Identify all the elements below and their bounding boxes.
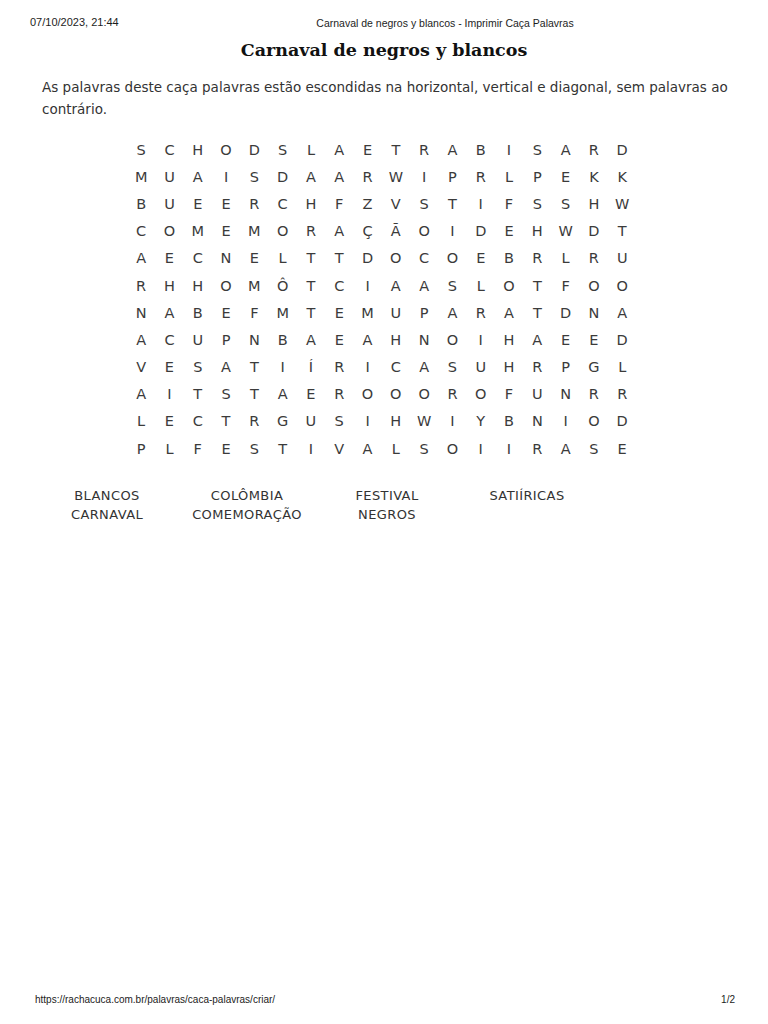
grid-cell-r10c7: E (297, 381, 325, 408)
grid-cell-r6c6: Ô (268, 272, 296, 299)
grid-cell-r1c1: S (127, 136, 155, 163)
grid-cell-r5c6: L (268, 245, 296, 272)
grid-cell-r5c14: B (495, 245, 523, 272)
grid-cell-r9c5: T (240, 354, 268, 381)
grid-cell-r3c16: S (551, 190, 579, 217)
grid-cell-r9c13: U (467, 354, 495, 381)
grid-cell-r2c11: I (410, 163, 438, 190)
grid-cell-r5c10: O (382, 245, 410, 272)
grid-cell-r11c6: G (268, 408, 296, 435)
grid-cell-r4c13: D (467, 218, 495, 245)
grid-cell-r11c4: T (212, 408, 240, 435)
grid-cell-r7c7: T (297, 299, 325, 326)
print-footer: https://rachacuca.com.br/palavras/caca-p… (0, 994, 768, 1008)
grid-cell-r11c16: I (551, 408, 579, 435)
grid-cell-r12c4: E (212, 435, 240, 462)
grid-cell-r12c11: S (410, 435, 438, 462)
grid-cell-r6c4: O (212, 272, 240, 299)
grid-cell-r9c6: I (268, 354, 296, 381)
grid-cell-r6c16: F (551, 272, 579, 299)
grid-cell-r12c18: E (608, 435, 636, 462)
grid-cell-r5c2: E (155, 245, 183, 272)
puzzle-title: Carnaval de negros y blancos (0, 40, 768, 60)
grid-cell-r3c12: T (438, 190, 466, 217)
grid-cell-r6c1: R (127, 272, 155, 299)
grid-cell-r7c9: M (353, 299, 381, 326)
grid-cell-r3c17: H (580, 190, 608, 217)
grid-cell-r11c11: W (410, 408, 438, 435)
grid-cell-r1c8: A (325, 136, 353, 163)
grid-cell-r12c5: S (240, 435, 268, 462)
grid-cell-r8c5: N (240, 326, 268, 353)
grid-cell-r2c8: A (325, 163, 353, 190)
grid-cell-r3c7: H (297, 190, 325, 217)
grid-cell-r1c16: A (551, 136, 579, 163)
grid-cell-r7c10: U (382, 299, 410, 326)
grid-cell-r4c7: R (297, 218, 325, 245)
grid-cell-r5c11: C (410, 245, 438, 272)
header-doc-title: Carnaval de negros y blancos - Imprimir … (316, 17, 573, 29)
grid-cell-r4c2: O (155, 218, 183, 245)
grid-cell-r7c12: A (438, 299, 466, 326)
grid-cell-r11c8: S (325, 408, 353, 435)
grid-cell-r6c17: O (580, 272, 608, 299)
grid-cell-r11c13: Y (467, 408, 495, 435)
grid-cell-r6c15: T (523, 272, 551, 299)
grid-cell-r8c18: D (608, 326, 636, 353)
word-list-column-3: FESTIVALNEGROS (317, 486, 457, 525)
grid-cell-r1c7: L (297, 136, 325, 163)
grid-cell-r9c14: H (495, 354, 523, 381)
grid-cell-r1c4: O (212, 136, 240, 163)
grid-cell-r2c4: I (212, 163, 240, 190)
grid-cell-r12c6: T (268, 435, 296, 462)
grid-cell-r4c16: W (551, 218, 579, 245)
grid-cell-r11c15: N (523, 408, 551, 435)
grid-cell-r4c3: M (184, 218, 212, 245)
grid-cell-r1c2: C (155, 136, 183, 163)
grid-cell-r6c10: A (382, 272, 410, 299)
grid-cell-r8c10: H (382, 326, 410, 353)
grid-cell-r11c1: L (127, 408, 155, 435)
grid-cell-r4c6: O (268, 218, 296, 245)
grid-cell-r1c11: R (410, 136, 438, 163)
grid-cell-r9c11: A (410, 354, 438, 381)
grid-cell-r10c1: A (127, 381, 155, 408)
grid-cell-r1c5: D (240, 136, 268, 163)
grid-cell-r5c12: O (438, 245, 466, 272)
grid-cell-r12c8: V (325, 435, 353, 462)
grid-cell-r2c13: R (467, 163, 495, 190)
grid-cell-r6c9: I (353, 272, 381, 299)
word-item: CARNAVAL (37, 505, 177, 524)
grid-cell-r8c11: N (410, 326, 438, 353)
grid-cell-r10c6: A (268, 381, 296, 408)
grid-cell-r2c7: A (297, 163, 325, 190)
grid-cell-r2c2: U (155, 163, 183, 190)
grid-cell-r4c12: I (438, 218, 466, 245)
grid-cell-r5c18: U (608, 245, 636, 272)
grid-cell-r7c16: D (551, 299, 579, 326)
grid-cell-r2c10: W (382, 163, 410, 190)
grid-cell-r9c9: I (353, 354, 381, 381)
grid-cell-r7c17: N (580, 299, 608, 326)
grid-cell-r10c15: U (523, 381, 551, 408)
footer-url: https://rachacuca.com.br/palavras/caca-p… (35, 994, 275, 1005)
grid-cell-r8c17: E (580, 326, 608, 353)
grid-cell-r9c17: G (580, 354, 608, 381)
grid-cell-r7c18: A (608, 299, 636, 326)
grid-cell-r3c6: C (268, 190, 296, 217)
word-item: NEGROS (317, 505, 457, 524)
grid-cell-r4c5: M (240, 218, 268, 245)
grid-cell-r1c18: D (608, 136, 636, 163)
grid-cell-r2c3: A (184, 163, 212, 190)
word-item: BLANCOS (37, 486, 177, 505)
grid-cell-r9c7: Í (297, 354, 325, 381)
grid-cell-r8c4: P (212, 326, 240, 353)
grid-cell-r10c12: R (438, 381, 466, 408)
grid-cell-r7c5: F (240, 299, 268, 326)
grid-cell-r12c9: A (353, 435, 381, 462)
grid-cell-r9c15: R (523, 354, 551, 381)
grid-cell-r7c11: P (410, 299, 438, 326)
word-list-column-1: BLANCOSCARNAVAL (37, 486, 177, 525)
grid-cell-r3c13: I (467, 190, 495, 217)
grid-cell-r3c5: R (240, 190, 268, 217)
grid-cell-r1c15: S (523, 136, 551, 163)
grid-cell-r1c6: S (268, 136, 296, 163)
grid-cell-r11c7: U (297, 408, 325, 435)
header-datetime: 07/10/2023, 21:44 (30, 16, 119, 28)
grid-cell-r9c16: P (551, 354, 579, 381)
grid-cell-r9c4: A (212, 354, 240, 381)
grid-cell-r11c3: C (184, 408, 212, 435)
grid-cell-r5c3: C (184, 245, 212, 272)
grid-cell-r11c14: B (495, 408, 523, 435)
grid-cell-r7c4: E (212, 299, 240, 326)
grid-cell-r5c7: T (297, 245, 325, 272)
grid-cell-r6c8: C (325, 272, 353, 299)
grid-cell-r8c8: E (325, 326, 353, 353)
grid-cell-r7c15: T (523, 299, 551, 326)
grid-cell-r6c11: A (410, 272, 438, 299)
grid-cell-r7c8: E (325, 299, 353, 326)
grid-cell-r8c1: A (127, 326, 155, 353)
grid-cell-r11c12: I (438, 408, 466, 435)
grid-cell-r10c2: I (155, 381, 183, 408)
grid-cell-r12c1: P (127, 435, 155, 462)
grid-cell-r12c12: O (438, 435, 466, 462)
grid-cell-r2c18: K (608, 163, 636, 190)
grid-cell-r8c13: I (467, 326, 495, 353)
grid-cell-r7c3: B (184, 299, 212, 326)
grid-cell-r5c9: D (353, 245, 381, 272)
grid-cell-r3c11: S (410, 190, 438, 217)
grid-cell-r7c6: M (268, 299, 296, 326)
grid-cell-r3c1: B (127, 190, 155, 217)
word-item: FESTIVAL (317, 486, 457, 505)
grid-cell-r10c18: R (608, 381, 636, 408)
grid-cell-r9c10: C (382, 354, 410, 381)
grid-cell-r10c4: S (212, 381, 240, 408)
grid-cell-r12c16: A (551, 435, 579, 462)
grid-cell-r1c10: T (382, 136, 410, 163)
grid-cell-r8c7: A (297, 326, 325, 353)
grid-cell-r4c1: C (127, 218, 155, 245)
grid-cell-r3c18: W (608, 190, 636, 217)
grid-cell-r2c16: E (551, 163, 579, 190)
grid-cell-r10c16: N (551, 381, 579, 408)
grid-cell-r6c2: H (155, 272, 183, 299)
grid-cell-r10c5: T (240, 381, 268, 408)
grid-cell-r1c13: B (467, 136, 495, 163)
grid-cell-r12c2: L (155, 435, 183, 462)
grid-cell-r8c3: U (184, 326, 212, 353)
grid-cell-r11c10: H (382, 408, 410, 435)
grid-cell-r4c18: T (608, 218, 636, 245)
grid-cell-r9c18: L (608, 354, 636, 381)
grid-cell-r1c3: H (184, 136, 212, 163)
grid-cell-r9c3: S (184, 354, 212, 381)
grid-cell-r11c9: I (353, 408, 381, 435)
grid-cell-r2c17: K (580, 163, 608, 190)
grid-cell-r4c8: A (325, 218, 353, 245)
grid-cell-r5c8: T (325, 245, 353, 272)
grid-cell-r3c15: S (523, 190, 551, 217)
grid-cell-r5c1: A (127, 245, 155, 272)
grid-cell-r10c3: T (184, 381, 212, 408)
word-item: COMEMORAÇÃO (177, 505, 317, 524)
grid-cell-r3c2: U (155, 190, 183, 217)
grid-cell-r2c5: S (240, 163, 268, 190)
grid-cell-r7c14: A (495, 299, 523, 326)
word-list-column-2: COLÔMBIACOMEMORAÇÃO (177, 486, 317, 525)
grid-cell-r10c10: O (382, 381, 410, 408)
grid-cell-r6c13: L (467, 272, 495, 299)
instructions: As palavras deste caça palavras estão es… (42, 77, 742, 120)
grid-cell-r9c2: E (155, 354, 183, 381)
word-list: BLANCOSCARNAVALCOLÔMBIACOMEMORAÇÃOFESTIV… (37, 486, 597, 525)
grid-cell-r12c7: I (297, 435, 325, 462)
grid-cell-r9c12: S (438, 354, 466, 381)
grid-cell-r5c4: N (212, 245, 240, 272)
print-header: 07/10/2023, 21:44 Carnaval de negros y b… (0, 16, 768, 30)
grid-cell-r2c12: P (438, 163, 466, 190)
grid-cell-r10c17: R (580, 381, 608, 408)
grid-cell-r3c3: E (184, 190, 212, 217)
grid-cell-r4c17: D (580, 218, 608, 245)
grid-cell-r1c9: E (353, 136, 381, 163)
grid-cell-r9c8: R (325, 354, 353, 381)
grid-cell-r12c15: R (523, 435, 551, 462)
grid-cell-r6c7: T (297, 272, 325, 299)
grid-cell-r12c14: I (495, 435, 523, 462)
grid-cell-r10c8: R (325, 381, 353, 408)
grid-cell-r10c13: O (467, 381, 495, 408)
grid-cell-r11c18: D (608, 408, 636, 435)
grid-cell-r8c16: E (551, 326, 579, 353)
grid-cell-r12c10: L (382, 435, 410, 462)
grid-cell-r6c12: S (438, 272, 466, 299)
grid-cell-r5c16: L (551, 245, 579, 272)
grid-cell-r8c9: A (353, 326, 381, 353)
grid-cell-r8c15: A (523, 326, 551, 353)
word-search-grid: SCHODSLAETRABISARDMUAISDAARWIPRLPEKKBUEE… (127, 136, 636, 462)
grid-cell-r12c3: F (184, 435, 212, 462)
grid-cell-r6c3: H (184, 272, 212, 299)
grid-cell-r8c14: H (495, 326, 523, 353)
grid-cell-r5c13: E (467, 245, 495, 272)
grid-cell-r3c14: F (495, 190, 523, 217)
grid-cell-r10c9: O (353, 381, 381, 408)
grid-cell-r2c15: P (523, 163, 551, 190)
instructions-line-2: contrário. (42, 99, 742, 121)
grid-cell-r2c1: M (127, 163, 155, 190)
grid-cell-r7c2: A (155, 299, 183, 326)
grid-cell-r3c9: Z (353, 190, 381, 217)
grid-cell-r8c12: O (438, 326, 466, 353)
grid-cell-r1c14: I (495, 136, 523, 163)
grid-cell-r2c6: D (268, 163, 296, 190)
grid-cell-r6c14: O (495, 272, 523, 299)
grid-cell-r3c10: V (382, 190, 410, 217)
grid-cell-r12c17: S (580, 435, 608, 462)
grid-cell-r6c18: O (608, 272, 636, 299)
word-item: COLÔMBIA (177, 486, 317, 505)
grid-cell-r2c9: R (353, 163, 381, 190)
grid-cell-r4c15: H (523, 218, 551, 245)
grid-cell-r11c17: O (580, 408, 608, 435)
word-list-column-4: SATIÍRICAS (457, 486, 597, 525)
instructions-line-1: As palavras deste caça palavras estão es… (42, 77, 742, 99)
grid-cell-r3c4: E (212, 190, 240, 217)
grid-cell-r12c13: I (467, 435, 495, 462)
grid-cell-r1c17: R (580, 136, 608, 163)
grid-cell-r4c11: O (410, 218, 438, 245)
grid-cell-r3c8: F (325, 190, 353, 217)
grid-cell-r7c13: R (467, 299, 495, 326)
grid-cell-r8c2: C (155, 326, 183, 353)
grid-cell-r11c5: R (240, 408, 268, 435)
grid-cell-r6c5: M (240, 272, 268, 299)
grid-cell-r4c10: Ã (382, 218, 410, 245)
grid-cell-r5c15: R (523, 245, 551, 272)
grid-cell-r9c1: V (127, 354, 155, 381)
grid-cell-r10c14: F (495, 381, 523, 408)
grid-cell-r11c2: E (155, 408, 183, 435)
grid-cell-r2c14: L (495, 163, 523, 190)
grid-cell-r7c1: N (127, 299, 155, 326)
footer-page-number: 1/2 (721, 994, 735, 1005)
grid-cell-r4c14: E (495, 218, 523, 245)
grid-cell-r8c6: B (268, 326, 296, 353)
grid-cell-r5c17: R (580, 245, 608, 272)
grid-cell-r4c4: E (212, 218, 240, 245)
grid-cell-r5c5: E (240, 245, 268, 272)
word-item: SATIÍRICAS (457, 486, 597, 505)
grid-cell-r10c11: O (410, 381, 438, 408)
grid-cell-r1c12: A (438, 136, 466, 163)
grid-cell-r4c9: Ç (353, 218, 381, 245)
